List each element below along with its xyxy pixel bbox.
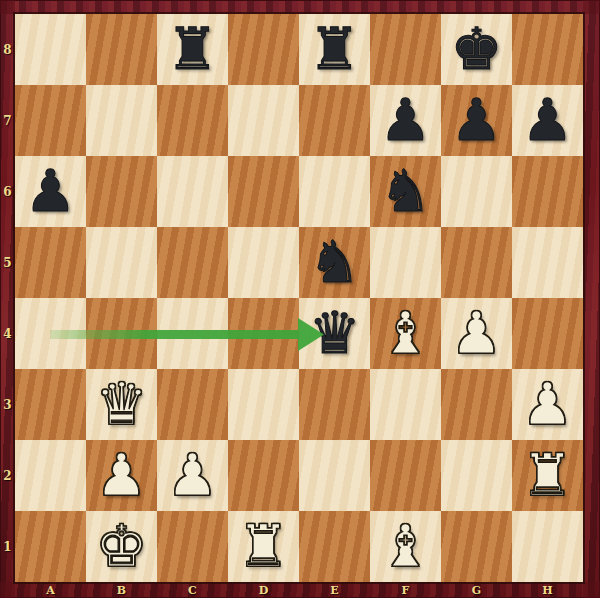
file-label-f: F <box>370 582 441 598</box>
square-b4[interactable] <box>86 298 157 369</box>
file-label-d: D <box>228 582 299 598</box>
square-h5[interactable] <box>512 227 583 298</box>
file-label-e: E <box>299 582 370 598</box>
square-b2[interactable]: ♟ <box>86 440 157 511</box>
black-king-g8[interactable]: ♚ <box>451 14 503 85</box>
black-pawn-g7[interactable]: ♟ <box>451 85 503 156</box>
white-pawn-c2[interactable]: ♟ <box>167 440 219 511</box>
square-h7[interactable]: ♟ <box>512 85 583 156</box>
square-b1[interactable]: ♚ <box>86 511 157 582</box>
file-label-b: B <box>86 582 157 598</box>
square-e5[interactable]: ♞ <box>299 227 370 298</box>
chess-board: ♜♜♚♟♟♟♟♞♞♛♝♟♛♟♟♟♜♚♜♝ <box>15 14 583 582</box>
black-knight-e5[interactable]: ♞ <box>309 227 361 298</box>
square-h1[interactable] <box>512 511 583 582</box>
square-f3[interactable] <box>370 369 441 440</box>
black-knight-f6[interactable]: ♞ <box>380 156 432 227</box>
rank-label-4: 4 <box>0 298 15 369</box>
file-label-h: H <box>512 582 583 598</box>
square-b8[interactable] <box>86 14 157 85</box>
frame-corner-top-right <box>583 0 600 14</box>
black-rook-c8[interactable]: ♜ <box>167 14 219 85</box>
square-a2[interactable] <box>15 440 86 511</box>
square-c4[interactable] <box>157 298 228 369</box>
rank-label-5: 5 <box>0 227 15 298</box>
square-f8[interactable] <box>370 14 441 85</box>
square-e8[interactable]: ♜ <box>299 14 370 85</box>
square-c7[interactable] <box>157 85 228 156</box>
black-rook-e8[interactable]: ♜ <box>309 14 361 85</box>
square-g7[interactable]: ♟ <box>441 85 512 156</box>
frame-corner-bottom-right <box>583 582 600 598</box>
square-h8[interactable] <box>512 14 583 85</box>
square-b3[interactable]: ♛ <box>86 369 157 440</box>
square-d5[interactable] <box>228 227 299 298</box>
rank-label-8: 8 <box>0 14 15 85</box>
rank-label-7: 7 <box>0 85 15 156</box>
square-h3[interactable]: ♟ <box>512 369 583 440</box>
file-label-g: G <box>441 582 512 598</box>
square-h4[interactable] <box>512 298 583 369</box>
rank-label-2: 2 <box>0 440 15 511</box>
white-queen-b3[interactable]: ♛ <box>96 369 148 440</box>
white-pawn-b2[interactable]: ♟ <box>96 440 148 511</box>
square-e2[interactable] <box>299 440 370 511</box>
square-g8[interactable]: ♚ <box>441 14 512 85</box>
frame-corner-top-left <box>0 0 15 14</box>
square-a4[interactable] <box>15 298 86 369</box>
square-d6[interactable] <box>228 156 299 227</box>
square-f6[interactable]: ♞ <box>370 156 441 227</box>
square-a3[interactable] <box>15 369 86 440</box>
square-g4[interactable]: ♟ <box>441 298 512 369</box>
square-a5[interactable] <box>15 227 86 298</box>
white-bishop-f4[interactable]: ♝ <box>380 298 432 369</box>
square-e4[interactable]: ♛ <box>299 298 370 369</box>
square-d2[interactable] <box>228 440 299 511</box>
square-g3[interactable] <box>441 369 512 440</box>
square-c6[interactable] <box>157 156 228 227</box>
square-e6[interactable] <box>299 156 370 227</box>
white-pawn-g4[interactable]: ♟ <box>451 298 503 369</box>
square-d7[interactable] <box>228 85 299 156</box>
square-a6[interactable]: ♟ <box>15 156 86 227</box>
square-h2[interactable]: ♜ <box>512 440 583 511</box>
square-d8[interactable] <box>228 14 299 85</box>
square-e1[interactable] <box>299 511 370 582</box>
square-g6[interactable] <box>441 156 512 227</box>
white-king-b1[interactable]: ♚ <box>96 511 148 582</box>
square-f1[interactable]: ♝ <box>370 511 441 582</box>
square-c5[interactable] <box>157 227 228 298</box>
black-pawn-h7[interactable]: ♟ <box>522 85 574 156</box>
square-a7[interactable] <box>15 85 86 156</box>
square-d1[interactable]: ♜ <box>228 511 299 582</box>
white-rook-d1[interactable]: ♜ <box>238 511 290 582</box>
square-g2[interactable] <box>441 440 512 511</box>
square-g5[interactable] <box>441 227 512 298</box>
square-f4[interactable]: ♝ <box>370 298 441 369</box>
square-a8[interactable] <box>15 14 86 85</box>
black-pawn-a6[interactable]: ♟ <box>25 156 77 227</box>
file-label-a: A <box>15 582 86 598</box>
square-d4[interactable] <box>228 298 299 369</box>
square-h6[interactable] <box>512 156 583 227</box>
square-e3[interactable] <box>299 369 370 440</box>
square-b7[interactable] <box>86 85 157 156</box>
square-d3[interactable] <box>228 369 299 440</box>
black-queen-e4[interactable]: ♛ <box>309 298 361 369</box>
square-a1[interactable] <box>15 511 86 582</box>
square-c2[interactable]: ♟ <box>157 440 228 511</box>
square-f2[interactable] <box>370 440 441 511</box>
square-b5[interactable] <box>86 227 157 298</box>
frame-corner-bottom-left <box>0 582 15 598</box>
white-pawn-h3[interactable]: ♟ <box>522 369 574 440</box>
white-bishop-f1[interactable]: ♝ <box>380 511 432 582</box>
square-f7[interactable]: ♟ <box>370 85 441 156</box>
file-label-c: C <box>157 582 228 598</box>
square-e7[interactable] <box>299 85 370 156</box>
square-g1[interactable] <box>441 511 512 582</box>
rank-label-6: 6 <box>0 156 15 227</box>
square-f5[interactable] <box>370 227 441 298</box>
square-c8[interactable]: ♜ <box>157 14 228 85</box>
white-rook-h2[interactable]: ♜ <box>522 440 574 511</box>
square-b6[interactable] <box>86 156 157 227</box>
square-c1[interactable] <box>157 511 228 582</box>
square-c3[interactable] <box>157 369 228 440</box>
black-pawn-f7[interactable]: ♟ <box>380 85 432 156</box>
rank-label-3: 3 <box>0 369 15 440</box>
board-frame: ♜♜♚♟♟♟♟♞♞♛♝♟♛♟♟♟♜♚♜♝ 87654321 ABCDEFGH <box>0 0 600 598</box>
rank-label-1: 1 <box>0 511 15 582</box>
